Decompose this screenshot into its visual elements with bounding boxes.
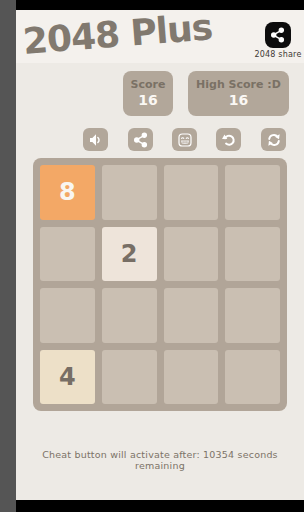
navigation-bar	[16, 500, 304, 512]
share-app-label: 2048 share	[252, 50, 304, 59]
share-app-icon	[265, 22, 291, 48]
empty-cell	[164, 288, 219, 343]
empty-cell	[102, 165, 157, 220]
empty-cell	[225, 288, 280, 343]
empty-cell	[40, 288, 95, 343]
app-screen: 2048 Plus 2048 share Score 16 High Score	[16, 0, 304, 512]
refresh-icon	[266, 132, 282, 148]
title-band: 2048 Plus 2048 share	[16, 10, 304, 63]
empty-cell	[102, 350, 157, 405]
high-score-label: High Score :D	[196, 78, 281, 92]
undo-icon	[221, 132, 237, 148]
empty-cell	[40, 227, 95, 282]
cheat-button[interactable]	[172, 128, 197, 151]
share-icon	[133, 132, 149, 148]
score-box: Score 16	[123, 71, 173, 116]
empty-cell	[225, 227, 280, 282]
speaker-icon	[88, 132, 104, 148]
status-bar	[16, 0, 304, 10]
sound-button[interactable]	[83, 128, 108, 151]
empty-cell	[164, 165, 219, 220]
game-board[interactable]: 824	[33, 158, 287, 411]
tile-4: 4	[40, 350, 95, 405]
cheat-timer-notice: Cheat button will activate after: 10354 …	[16, 449, 304, 471]
high-score-box: High Score :D 16	[188, 71, 289, 116]
high-score-value: 16	[229, 92, 248, 109]
restart-button[interactable]	[261, 128, 286, 151]
score-value: 16	[138, 92, 157, 109]
score-label: Score	[131, 78, 166, 92]
share-button[interactable]	[128, 128, 153, 151]
empty-cell	[164, 350, 219, 405]
app-title: 2048 Plus	[21, 6, 213, 62]
empty-cell	[164, 227, 219, 282]
undo-button[interactable]	[216, 128, 241, 151]
share-app-button[interactable]: 2048 share	[252, 22, 304, 59]
empty-cell	[225, 165, 280, 220]
grin-face-icon	[177, 132, 193, 148]
empty-cell	[225, 350, 280, 405]
tile-2: 2	[102, 227, 157, 282]
empty-cell	[102, 288, 157, 343]
tile-8: 8	[40, 165, 95, 220]
